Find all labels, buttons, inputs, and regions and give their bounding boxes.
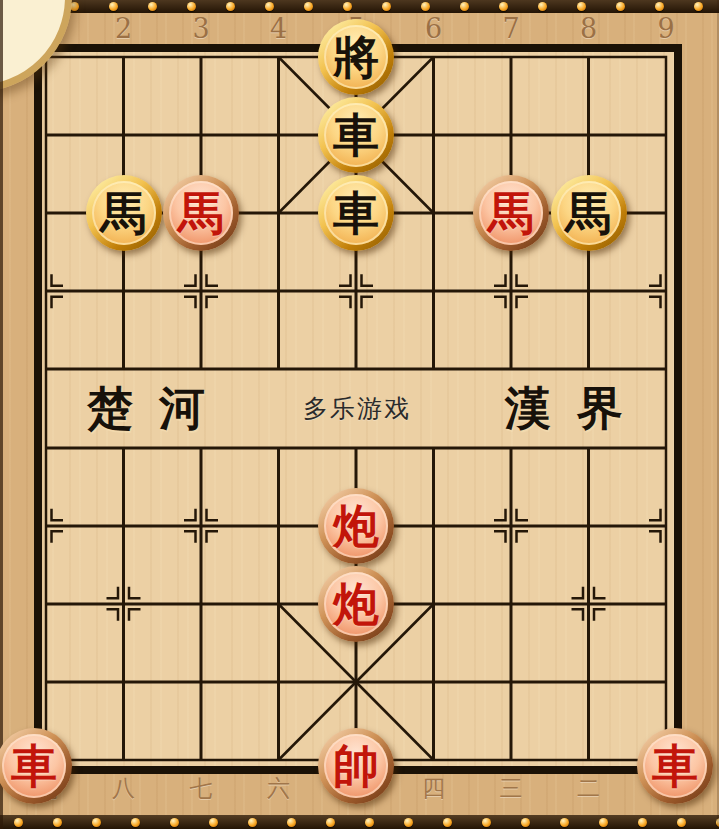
piece-black-chariot[interactable]: 車 — [318, 175, 394, 251]
stud-icon — [421, 2, 430, 11]
stud-icon — [304, 2, 313, 11]
piece-glyph: 帥 — [333, 743, 379, 789]
piece-glyph: 馬 — [566, 190, 612, 236]
file-label-top-3: 3 — [192, 13, 209, 44]
piece-black-general[interactable]: 將 — [318, 19, 394, 95]
stud-icon — [187, 2, 196, 11]
stud-icon — [694, 2, 703, 11]
stud-icon — [365, 818, 374, 827]
stud-icon — [14, 818, 23, 827]
piece-face: 馬 — [169, 181, 233, 245]
piece-face: 馬 — [92, 181, 156, 245]
stud-icon — [655, 2, 664, 11]
stud-icon — [265, 2, 274, 11]
stud-icon — [53, 818, 62, 827]
stud-icon — [109, 2, 118, 11]
piece-glyph: 車 — [652, 743, 698, 789]
stud-icon — [226, 2, 235, 11]
piece-glyph: 將 — [333, 34, 379, 80]
file-label-bottom-6: 四 — [422, 773, 445, 804]
stud-icon — [577, 2, 586, 11]
piece-face: 馬 — [479, 181, 543, 245]
stud-icon — [638, 818, 647, 827]
stud-icon — [92, 818, 101, 827]
piece-face: 將 — [324, 25, 388, 89]
file-label-bottom-8: 二 — [577, 773, 600, 804]
file-label-bottom-3: 七 — [190, 773, 213, 804]
piece-glyph: 車 — [333, 112, 379, 158]
file-label-top-9: 9 — [657, 13, 674, 44]
xiangqi-app: 楚河 多乐游戏 漢界 123456789 九八七六五四三二一 將車馬馬車馬馬炮炮… — [0, 0, 719, 829]
piece-face: 車 — [2, 734, 66, 798]
stud-icon — [482, 818, 491, 827]
stud-icon — [404, 818, 413, 827]
piece-glyph: 炮 — [333, 581, 379, 627]
stud-icon — [170, 818, 179, 827]
stud-icon — [131, 818, 140, 827]
piece-face: 帥 — [324, 734, 388, 798]
stud-icon — [616, 2, 625, 11]
piece-black-horse[interactable]: 馬 — [551, 175, 627, 251]
stud-icon — [248, 818, 257, 827]
piece-glyph: 馬 — [178, 190, 224, 236]
piece-glyph: 馬 — [101, 190, 147, 236]
stud-icon — [209, 818, 218, 827]
file-label-top-4: 4 — [270, 13, 287, 44]
stud-icon — [443, 818, 452, 827]
piece-face: 炮 — [324, 494, 388, 558]
piece-red-general[interactable]: 帥 — [318, 728, 394, 804]
piece-face: 炮 — [324, 572, 388, 636]
stud-icon — [560, 818, 569, 827]
file-label-top-6: 6 — [425, 13, 442, 44]
app-watermark: 多乐游戏 — [303, 392, 411, 425]
stud-icon — [499, 2, 508, 11]
piece-red-chariot[interactable]: 車 — [637, 728, 713, 804]
stud-icon — [148, 2, 157, 11]
piece-red-cannon[interactable]: 炮 — [318, 566, 394, 642]
piece-face: 車 — [324, 181, 388, 245]
file-label-bottom-2: 八 — [112, 773, 135, 804]
stud-icon — [538, 2, 547, 11]
stud-icon — [521, 818, 530, 827]
file-label-bottom-7: 三 — [500, 773, 523, 804]
stud-icon — [599, 818, 608, 827]
stud-icon — [343, 2, 352, 11]
piece-black-chariot[interactable]: 車 — [318, 97, 394, 173]
file-label-top-8: 8 — [580, 13, 597, 44]
stud-icon — [382, 2, 391, 11]
river-label-chu-he: 楚河 — [87, 378, 231, 440]
piece-red-horse[interactable]: 馬 — [473, 175, 549, 251]
stud-icon — [287, 818, 296, 827]
piece-glyph: 車 — [11, 743, 57, 789]
stud-icon — [326, 818, 335, 827]
stud-icon — [677, 818, 686, 827]
piece-face: 馬 — [557, 181, 621, 245]
piece-face: 車 — [643, 734, 707, 798]
file-label-top-7: 7 — [502, 13, 519, 44]
piece-red-horse[interactable]: 馬 — [163, 175, 239, 251]
piece-glyph: 馬 — [488, 190, 534, 236]
river-label-han-jie: 漢界 — [505, 378, 649, 440]
piece-glyph: 炮 — [333, 503, 379, 549]
decor-strip-top — [0, 0, 719, 13]
piece-glyph: 車 — [333, 190, 379, 236]
piece-red-cannon[interactable]: 炮 — [318, 488, 394, 564]
piece-face: 車 — [324, 103, 388, 167]
stud-icon — [460, 2, 469, 11]
file-label-bottom-4: 六 — [267, 773, 290, 804]
piece-black-horse[interactable]: 馬 — [86, 175, 162, 251]
left-edge-shadow — [0, 0, 3, 829]
file-label-top-2: 2 — [115, 13, 132, 44]
decor-strip-bottom — [0, 815, 719, 829]
